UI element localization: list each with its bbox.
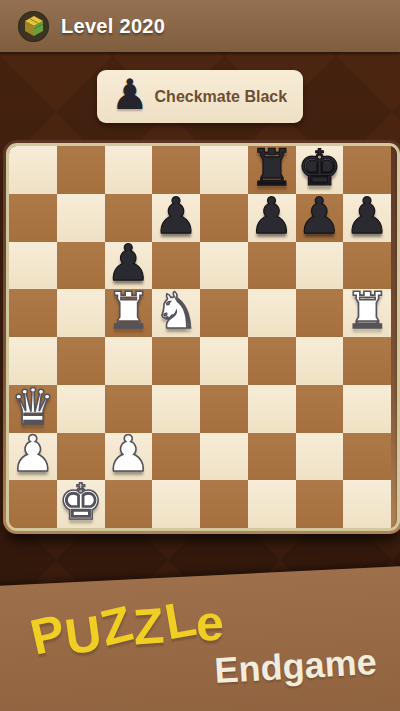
white-pawn[interactable]: ♟ [10, 429, 55, 479]
square-h3[interactable] [343, 385, 391, 433]
square-g4[interactable] [296, 337, 344, 385]
square-f3[interactable] [248, 385, 296, 433]
square-e5[interactable] [200, 289, 248, 337]
square-a5[interactable] [9, 289, 57, 337]
square-g6[interactable] [296, 242, 344, 290]
square-f5[interactable] [248, 289, 296, 337]
game-screen: Level 2020 ♟ Checkmate Black ♜♚♟♟♟♟♟♜♞♜♛… [0, 0, 400, 711]
square-h7[interactable]: ♟ [343, 194, 391, 242]
board-frame-outer: ♜♚♟♟♟♟♟♜♞♜♛♟♟♚ [3, 140, 400, 534]
cube-icon-graphic [22, 14, 46, 38]
square-e3[interactable] [200, 385, 248, 433]
square-a2[interactable]: ♟ [9, 433, 57, 481]
board-frame: ♜♚♟♟♟♟♟♜♞♜♛♟♟♚ [6, 143, 400, 531]
bottom-panel: PUZZLe Endgame [0, 565, 400, 711]
puzzle-title-letter: e [195, 594, 226, 653]
square-g5[interactable] [296, 289, 344, 337]
square-g7[interactable]: ♟ [296, 194, 344, 242]
square-b1[interactable]: ♚ [57, 480, 105, 528]
white-king[interactable]: ♚ [58, 477, 103, 527]
black-rook[interactable]: ♜ [249, 143, 294, 193]
black-pawn[interactable]: ♟ [249, 191, 294, 241]
square-h1[interactable] [343, 480, 391, 528]
square-e1[interactable] [200, 480, 248, 528]
square-e2[interactable] [200, 433, 248, 481]
black-pawn[interactable]: ♟ [345, 191, 390, 241]
endgame-subtitle: Endgame [213, 641, 377, 692]
square-b8[interactable] [57, 146, 105, 194]
objective-label: Checkmate Black [149, 88, 293, 106]
square-g1[interactable] [296, 480, 344, 528]
square-d4[interactable] [152, 337, 200, 385]
square-d1[interactable] [152, 480, 200, 528]
square-d7[interactable]: ♟ [152, 194, 200, 242]
puzzle-cube-icon[interactable] [18, 11, 49, 42]
square-e7[interactable] [200, 194, 248, 242]
square-d5[interactable]: ♞ [152, 289, 200, 337]
square-c5[interactable]: ♜ [105, 289, 153, 337]
black-pawn[interactable]: ♟ [154, 191, 199, 241]
square-f1[interactable] [248, 480, 296, 528]
black-pawn[interactable]: ♟ [106, 238, 151, 288]
white-rook[interactable]: ♜ [345, 286, 390, 336]
square-f6[interactable] [248, 242, 296, 290]
square-d3[interactable] [152, 385, 200, 433]
square-b5[interactable] [57, 289, 105, 337]
square-a1[interactable] [9, 480, 57, 528]
black-king[interactable]: ♚ [297, 143, 342, 193]
square-c2[interactable]: ♟ [105, 433, 153, 481]
white-knight[interactable]: ♞ [154, 286, 199, 336]
black-pawn[interactable]: ♟ [297, 191, 342, 241]
square-c8[interactable] [105, 146, 153, 194]
square-e6[interactable] [200, 242, 248, 290]
square-b4[interactable] [57, 337, 105, 385]
level-label: Level 2020 [61, 15, 165, 38]
square-b6[interactable] [57, 242, 105, 290]
square-a8[interactable] [9, 146, 57, 194]
square-h5[interactable]: ♜ [343, 289, 391, 337]
white-pawn[interactable]: ♟ [106, 429, 151, 479]
square-c4[interactable] [105, 337, 153, 385]
chess-board: ♜♚♟♟♟♟♟♜♞♜♛♟♟♚ [9, 146, 397, 528]
square-a7[interactable] [9, 194, 57, 242]
puzzle-title: PUZZLe [28, 586, 228, 663]
square-e4[interactable] [200, 337, 248, 385]
square-h2[interactable] [343, 433, 391, 481]
objective-banner: ♟ Checkmate Black [97, 70, 303, 123]
square-d2[interactable] [152, 433, 200, 481]
white-queen[interactable]: ♛ [10, 382, 55, 432]
square-c1[interactable] [105, 480, 153, 528]
square-h4[interactable] [343, 337, 391, 385]
square-b7[interactable] [57, 194, 105, 242]
square-f4[interactable] [248, 337, 296, 385]
square-f2[interactable] [248, 433, 296, 481]
square-g2[interactable] [296, 433, 344, 481]
square-g3[interactable] [296, 385, 344, 433]
square-b3[interactable] [57, 385, 105, 433]
square-f7[interactable]: ♟ [248, 194, 296, 242]
black-pawn-icon: ♟ [111, 74, 149, 116]
top-bar: Level 2020 [0, 0, 400, 52]
white-rook[interactable]: ♜ [106, 286, 151, 336]
square-e8[interactable] [200, 146, 248, 194]
square-a6[interactable] [9, 242, 57, 290]
